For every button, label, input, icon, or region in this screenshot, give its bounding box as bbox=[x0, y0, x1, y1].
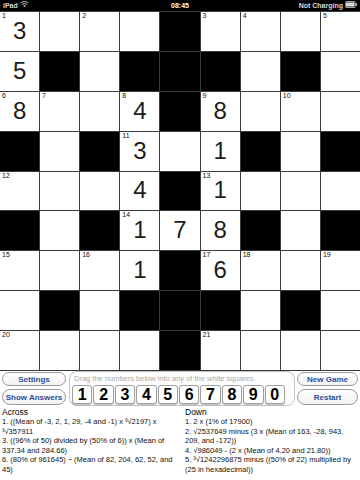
black-cell bbox=[160, 251, 199, 290]
grid-cell[interactable]: 15 bbox=[0, 251, 39, 290]
cell-value: 1 bbox=[213, 176, 226, 205]
grid-cell[interactable]: 2 bbox=[80, 12, 119, 51]
across-clue-items: 1. ((Mean of -3, 2, 1, 29, -4 and -1) x … bbox=[2, 417, 180, 474]
grid-cell[interactable] bbox=[40, 132, 79, 171]
black-cell bbox=[321, 211, 360, 250]
grid-cell[interactable]: 10 bbox=[281, 92, 320, 131]
grid-cell[interactable]: 19 bbox=[321, 251, 360, 290]
grid-cell[interactable]: 1 bbox=[201, 132, 240, 171]
clue-number: 13 bbox=[203, 172, 211, 180]
grid-cell[interactable] bbox=[80, 92, 119, 131]
digit-tile[interactable]: 1 bbox=[72, 385, 92, 404]
down-clue-items: 1. 2 x (1% of 17900)2. √2537649 minus (3… bbox=[185, 417, 358, 474]
clue-number: 17 bbox=[203, 251, 211, 259]
grid-cell[interactable]: 18 bbox=[241, 251, 280, 290]
grid-cell[interactable] bbox=[321, 331, 360, 370]
black-cell bbox=[40, 291, 79, 330]
grid-cell[interactable]: 176 bbox=[201, 251, 240, 290]
grid-cell[interactable] bbox=[40, 251, 79, 290]
clue-number: 3 bbox=[203, 12, 207, 20]
digit-tile[interactable]: 6 bbox=[179, 385, 199, 404]
black-cell bbox=[80, 211, 119, 250]
clue-number: 12 bbox=[2, 172, 10, 180]
grid-cell[interactable] bbox=[281, 331, 320, 370]
black-cell bbox=[80, 132, 119, 171]
black-cell bbox=[160, 291, 199, 330]
cell-value: 5 bbox=[13, 57, 26, 86]
clue-number: 18 bbox=[243, 251, 251, 259]
grid-cell[interactable]: 68 bbox=[0, 92, 39, 131]
show-answers-button[interactable]: Show Answers bbox=[2, 389, 66, 405]
grid-cell[interactable]: 7 bbox=[40, 92, 79, 131]
down-clues: Down 1. 2 x (1% of 17900)2. √2537649 min… bbox=[185, 407, 358, 474]
grid-cell[interactable]: 5 bbox=[321, 12, 360, 51]
digit-tile[interactable]: 0 bbox=[265, 385, 285, 404]
cell-value: 1 bbox=[133, 256, 146, 285]
cell-value: 8 bbox=[13, 97, 26, 126]
across-clues: Across 1. ((Mean of -3, 2, 1, 29, -4 and… bbox=[2, 407, 180, 474]
digit-tile[interactable]: 2 bbox=[93, 385, 113, 404]
cell-value: 4 bbox=[133, 97, 146, 126]
settings-button[interactable]: Settings bbox=[2, 372, 66, 386]
black-cell bbox=[120, 291, 159, 330]
cell-value: 1 bbox=[133, 216, 146, 245]
grid-cell[interactable]: 8 bbox=[201, 211, 240, 250]
battery-status-label: Not Charging bbox=[299, 2, 343, 9]
cell-value: 3 bbox=[13, 17, 26, 46]
black-cell bbox=[40, 52, 79, 91]
black-cell bbox=[160, 92, 199, 131]
grid-cell[interactable] bbox=[281, 211, 320, 250]
cell-value: 4 bbox=[133, 176, 146, 205]
grid-cell[interactable] bbox=[281, 251, 320, 290]
black-cell bbox=[201, 52, 240, 91]
grid-cell[interactable] bbox=[40, 172, 79, 211]
black-cell bbox=[160, 52, 199, 91]
clue-text: 3. ((96% of 50) divided by (50% of 6)) x… bbox=[2, 436, 180, 455]
grid-cell[interactable] bbox=[40, 211, 79, 250]
grid-cell[interactable] bbox=[80, 52, 119, 91]
grid-cell[interactable] bbox=[40, 331, 79, 370]
clue-number: 5 bbox=[323, 12, 327, 20]
clue-number: 21 bbox=[203, 331, 211, 339]
black-cell bbox=[241, 132, 280, 171]
digit-tile[interactable]: 8 bbox=[222, 385, 242, 404]
digit-tile[interactable]: 7 bbox=[200, 385, 220, 404]
down-header: Down bbox=[185, 407, 358, 417]
battery-icon bbox=[345, 1, 357, 9]
grid-cell[interactable] bbox=[0, 291, 39, 330]
clue-number: 8 bbox=[122, 92, 126, 100]
grid-cell[interactable] bbox=[241, 52, 280, 91]
grid-cell[interactable]: 4 bbox=[241, 12, 280, 51]
black-cell bbox=[160, 172, 199, 211]
clue-text: 4. √986049 - (2 x (Mean of 4.20 and 21.8… bbox=[185, 446, 358, 456]
clue-number: 14 bbox=[122, 211, 130, 219]
clue-number: 6 bbox=[2, 92, 6, 100]
clue-text: 6. (80% of 961645) ÷ (Mean of 82, 204, 6… bbox=[2, 455, 180, 474]
cell-value: 1 bbox=[213, 137, 226, 166]
cell-value: 7 bbox=[173, 216, 186, 245]
clue-text: 5. ³√1242296875 minus ((50% of 22) multi… bbox=[185, 455, 358, 474]
clue-text: 1. ((Mean of -3, 2, 1, 29, -4 and -1) x … bbox=[2, 417, 180, 436]
grid-cell[interactable]: 141 bbox=[120, 211, 159, 250]
grid-cell[interactable]: 98 bbox=[201, 92, 240, 131]
grid-cell[interactable] bbox=[120, 12, 159, 51]
grid-cell[interactable]: 5 bbox=[0, 52, 39, 91]
grid-cell[interactable] bbox=[80, 331, 119, 370]
clue-number: 9 bbox=[203, 92, 207, 100]
number-tray: Drag the numbers below into any of the w… bbox=[69, 371, 295, 406]
across-header: Across bbox=[2, 407, 180, 417]
grid-cell[interactable] bbox=[281, 172, 320, 211]
clue-number: 7 bbox=[42, 92, 46, 100]
clue-number: 16 bbox=[82, 251, 90, 259]
grid-cell[interactable]: 131 bbox=[201, 172, 240, 211]
grid-cell[interactable] bbox=[281, 132, 320, 171]
grid-cell[interactable]: 113 bbox=[120, 132, 159, 171]
grid-cell[interactable] bbox=[321, 92, 360, 131]
puzzle-grid: 1323455687849810113112413114178151611761… bbox=[0, 10, 360, 371]
digit-tiles: 1234567890 bbox=[71, 385, 286, 404]
status-bar: iPad 08:45 Not Charging bbox=[0, 0, 360, 10]
grid-cell[interactable] bbox=[241, 92, 280, 131]
digit-tile[interactable]: 5 bbox=[158, 385, 178, 404]
clue-number: 20 bbox=[2, 331, 10, 339]
clue-number: 10 bbox=[283, 92, 291, 100]
grid-cell[interactable] bbox=[241, 172, 280, 211]
grid-cell[interactable]: 20 bbox=[0, 331, 39, 370]
clue-number: 2 bbox=[82, 12, 86, 20]
cell-value: 8 bbox=[213, 216, 226, 245]
grid-cell[interactable]: 84 bbox=[120, 92, 159, 131]
grid-cell[interactable] bbox=[321, 291, 360, 330]
grid-cell[interactable]: 21 bbox=[201, 331, 240, 370]
grid-cell[interactable] bbox=[241, 331, 280, 370]
grid-cell[interactable]: 16 bbox=[80, 251, 119, 290]
grid-cell[interactable]: 12 bbox=[0, 172, 39, 211]
grid-cell[interactable]: 1 bbox=[120, 251, 159, 290]
grid-cell[interactable] bbox=[321, 52, 360, 91]
black-cell bbox=[160, 12, 199, 51]
digit-tile[interactable]: 4 bbox=[136, 385, 156, 404]
grid-cell[interactable] bbox=[281, 12, 320, 51]
drag-instruction: Drag the numbers below into any of the w… bbox=[70, 372, 294, 383]
grid-cell[interactable] bbox=[80, 172, 119, 211]
grid-cell[interactable] bbox=[40, 12, 79, 51]
clue-text: 1. 2 x (1% of 17900) bbox=[185, 417, 358, 427]
control-bar: Settings Show Answers Drag the numbers b… bbox=[0, 371, 360, 407]
grid-cell[interactable] bbox=[120, 331, 159, 370]
black-cell bbox=[281, 291, 320, 330]
black-cell bbox=[0, 211, 39, 250]
grid-cell[interactable] bbox=[321, 172, 360, 211]
restart-button[interactable]: Restart bbox=[297, 389, 358, 405]
digit-tile[interactable]: 3 bbox=[115, 385, 135, 404]
black-cell bbox=[241, 211, 280, 250]
cell-value: 6 bbox=[213, 256, 226, 285]
black-cell bbox=[201, 291, 240, 330]
cell-value: 8 bbox=[213, 97, 226, 126]
clue-number: 15 bbox=[2, 251, 10, 259]
grid-cell[interactable]: 3 bbox=[201, 12, 240, 51]
clue-number: 11 bbox=[122, 132, 129, 140]
grid-cell[interactable]: 13 bbox=[0, 12, 39, 51]
black-cell bbox=[120, 52, 159, 91]
clue-text: 2. √2537649 minus (3 x (Mean of 163, -28… bbox=[185, 427, 358, 446]
black-cell bbox=[281, 52, 320, 91]
clue-number: 19 bbox=[323, 251, 331, 259]
clue-number: 1 bbox=[2, 12, 6, 20]
black-cell bbox=[160, 331, 199, 370]
grid-cell[interactable]: 4 bbox=[120, 172, 159, 211]
grid-cell[interactable]: 7 bbox=[160, 211, 199, 250]
clue-number: 4 bbox=[243, 12, 247, 20]
grid-cell[interactable] bbox=[160, 132, 199, 171]
black-cell bbox=[321, 132, 360, 171]
cell-value: 3 bbox=[133, 137, 146, 166]
black-cell bbox=[0, 132, 39, 171]
grid-cell[interactable] bbox=[241, 291, 280, 330]
digit-tile[interactable]: 9 bbox=[243, 385, 263, 404]
new-game-button[interactable]: New Game bbox=[297, 372, 358, 386]
grid-cell[interactable] bbox=[80, 291, 119, 330]
